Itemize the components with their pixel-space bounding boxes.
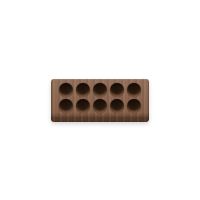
mancala-board [51,79,149,122]
pit-r1-c1[interactable] [59,83,73,97]
pit-grid [58,82,142,114]
pit-r2-c2[interactable] [76,99,90,113]
pit-r2-c4[interactable] [110,99,124,113]
photo-background [0,0,200,200]
pit-r1-c4[interactable] [110,83,124,97]
pit-r1-c3[interactable] [93,83,107,97]
pit-r2-c5[interactable] [127,99,141,113]
pit-r2-c1[interactable] [59,99,73,113]
pit-r1-c2[interactable] [76,83,90,97]
pit-r2-c3[interactable] [93,99,107,113]
pit-r1-c5[interactable] [127,83,141,97]
